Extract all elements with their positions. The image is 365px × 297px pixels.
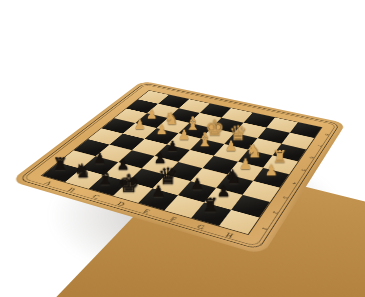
file-label-b: B: [64, 186, 79, 194]
file-label-c: C: [88, 193, 103, 201]
rank-label-8: 8: [322, 132, 332, 138]
black-king-glyph: ♚: [112, 172, 145, 197]
rank-label-4: 4: [289, 180, 301, 187]
rank-label-7: 7: [314, 143, 325, 149]
rank-label-1: 1: [258, 224, 271, 233]
file-label-g: G: [193, 223, 208, 232]
square-h6[interactable]: ♜: [273, 144, 306, 162]
rank-label-6: 6: [306, 154, 317, 160]
rank-label-3: 3: [279, 194, 291, 202]
file-label-f: F: [166, 215, 181, 224]
file-label-e: E: [139, 207, 154, 215]
white-pawn-glyph: ♟: [255, 163, 287, 178]
rank-label-5: 5: [298, 167, 309, 174]
file-label-a: A: [41, 179, 56, 186]
black-rook-glyph: ♜: [193, 196, 228, 215]
black-pawn-glyph: ♟: [142, 183, 176, 199]
file-label-d: D: [113, 200, 128, 208]
file-label-h: H: [222, 231, 237, 240]
rank-label-2: 2: [269, 208, 282, 216]
photo-stage: ♟♞♝♚♛♟♟♟♝♟♞♜♟♟♟♟♞♟♟♛♟♟♜♞♝♚♟♜ ABCDEFGH 12…: [0, 0, 365, 297]
